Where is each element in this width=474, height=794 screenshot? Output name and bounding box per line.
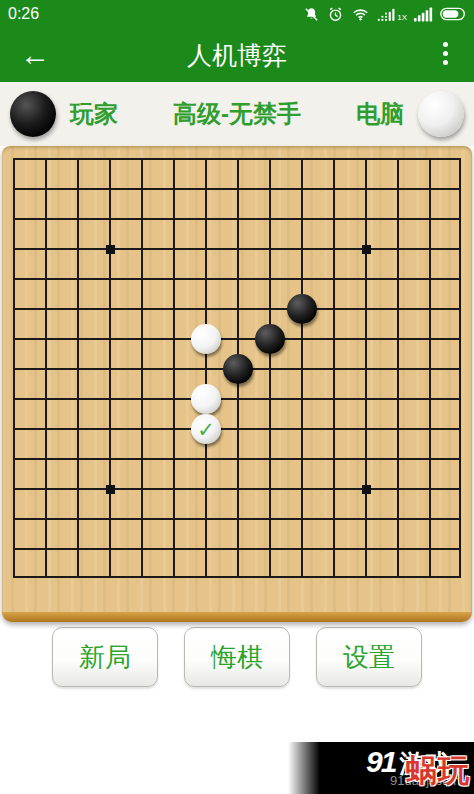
board-intersection[interactable] (318, 354, 350, 384)
board-intersection[interactable] (382, 324, 414, 354)
board-intersection[interactable] (0, 504, 30, 534)
board-intersection[interactable] (382, 144, 414, 174)
star-point (362, 485, 371, 494)
signal-bars-icon (414, 7, 433, 22)
board-intersection[interactable] (286, 264, 318, 294)
board-intersection[interactable] (94, 564, 126, 594)
board-intersection[interactable] (126, 504, 158, 534)
board-intersection[interactable] (190, 264, 222, 294)
board-intersection[interactable] (158, 414, 190, 444)
board-intersection[interactable] (126, 534, 158, 564)
board-intersection[interactable] (158, 474, 190, 504)
board-intersection[interactable] (286, 384, 318, 414)
board-intersection[interactable] (126, 564, 158, 594)
board-intersection[interactable] (414, 504, 446, 534)
board-intersection[interactable] (190, 504, 222, 534)
status-time: 0:26 (8, 5, 39, 23)
star-point (106, 245, 115, 254)
board-intersection[interactable] (30, 264, 62, 294)
board-intersection[interactable] (0, 354, 30, 384)
board-intersection[interactable] (190, 564, 222, 594)
signal-dots-1x-icon: 1X (377, 7, 407, 22)
board-intersection[interactable] (62, 564, 94, 594)
board-intersection[interactable] (94, 324, 126, 354)
board-intersection[interactable] (30, 144, 62, 174)
board-intersection[interactable] (254, 204, 286, 234)
board-intersection[interactable] (222, 414, 254, 444)
board-intersection[interactable] (414, 204, 446, 234)
board-intersection[interactable] (222, 204, 254, 234)
board-intersection[interactable] (62, 234, 94, 264)
board-intersection[interactable] (318, 204, 350, 234)
board-intersection[interactable] (254, 144, 286, 174)
board-intersection[interactable]: ✓ (190, 414, 222, 444)
board-intersection[interactable] (254, 414, 286, 444)
board-intersection[interactable] (94, 504, 126, 534)
board-intersection[interactable] (30, 324, 62, 354)
board-intersection[interactable] (446, 474, 474, 504)
board-intersection[interactable] (254, 564, 286, 594)
white-stone (191, 324, 221, 354)
board-intersection[interactable] (318, 444, 350, 474)
board-intersection[interactable] (318, 474, 350, 504)
computer-white-stone-icon (418, 91, 464, 137)
board-intersection[interactable] (30, 234, 62, 264)
board-intersection[interactable] (126, 384, 158, 414)
board-intersection[interactable] (126, 204, 158, 234)
board-intersection[interactable] (222, 534, 254, 564)
board-intersection[interactable] (350, 264, 382, 294)
board-intersection[interactable] (30, 414, 62, 444)
board-intersection[interactable] (318, 264, 350, 294)
white-stone: ✓ (191, 414, 221, 444)
board-intersection[interactable] (350, 324, 382, 354)
board-intersection[interactable] (318, 234, 350, 264)
board-intersection[interactable] (350, 294, 382, 324)
board-intersection[interactable] (382, 534, 414, 564)
board-intersection[interactable] (350, 354, 382, 384)
board-intersection[interactable] (446, 264, 474, 294)
board-intersection[interactable] (126, 264, 158, 294)
board-intersection[interactable] (62, 174, 94, 204)
board-intersection[interactable] (382, 174, 414, 204)
board-intersection[interactable] (222, 354, 254, 384)
board-intersection[interactable] (446, 444, 474, 474)
board-intersection[interactable] (286, 414, 318, 444)
board-intersection[interactable] (222, 564, 254, 594)
board-intersection[interactable] (158, 444, 190, 474)
board-intersection[interactable] (254, 354, 286, 384)
board-intersection[interactable] (446, 324, 474, 354)
board-intersection[interactable] (350, 204, 382, 234)
board-intersection[interactable] (0, 414, 30, 444)
board-intersection[interactable] (414, 354, 446, 384)
board-intersection[interactable] (190, 444, 222, 474)
board-intersection[interactable] (30, 294, 62, 324)
player-bar: 玩家 高级-无禁手 电脑 (0, 82, 474, 146)
board-intersection[interactable] (126, 234, 158, 264)
board-intersection[interactable] (94, 474, 126, 504)
board-intersection[interactable] (286, 564, 318, 594)
undo-button[interactable]: 悔棋 (184, 627, 290, 687)
board-intersection[interactable] (222, 174, 254, 204)
battery-icon (440, 7, 466, 21)
board-intersection[interactable] (382, 354, 414, 384)
board-intersection[interactable] (446, 504, 474, 534)
board-intersection[interactable] (318, 294, 350, 324)
board-intersection[interactable] (158, 504, 190, 534)
board-intersection[interactable] (158, 174, 190, 204)
board-intersection[interactable] (158, 534, 190, 564)
page-title: 人机博弈 (0, 39, 474, 72)
settings-button[interactable]: 设置 (316, 627, 422, 687)
board-intersection[interactable] (350, 534, 382, 564)
board-intersection[interactable] (158, 144, 190, 174)
board-intersection[interactable] (446, 414, 474, 444)
board-intersection[interactable] (190, 324, 222, 354)
board-intersection[interactable] (190, 384, 222, 414)
board-intersection[interactable] (222, 504, 254, 534)
board-intersection[interactable] (62, 414, 94, 444)
board-intersection[interactable] (446, 174, 474, 204)
board-intersection[interactable] (126, 474, 158, 504)
board-intersection[interactable] (62, 324, 94, 354)
white-stone (191, 384, 221, 414)
board-intersection[interactable] (382, 294, 414, 324)
board-intersection[interactable] (350, 564, 382, 594)
board-intersection[interactable] (126, 354, 158, 384)
board-intersection[interactable] (62, 534, 94, 564)
board-intersection[interactable] (286, 204, 318, 234)
status-bar: 0:26 1 (0, 0, 474, 28)
board-intersection[interactable] (0, 384, 30, 414)
board-intersection[interactable] (350, 234, 382, 264)
board-intersection[interactable] (222, 384, 254, 414)
board-intersection[interactable] (94, 174, 126, 204)
watermark-bar: 91游戏 91danji.com 蜗玩 (288, 742, 474, 794)
app-screen: 0:26 1 (0, 0, 474, 794)
board-intersection[interactable] (318, 534, 350, 564)
board-intersection[interactable] (30, 354, 62, 384)
overflow-menu-icon[interactable] (443, 42, 448, 65)
board-intersection[interactable] (446, 534, 474, 564)
network-type-label: 1X (397, 14, 407, 22)
board-intersection[interactable] (190, 294, 222, 324)
board-intersection[interactable] (382, 444, 414, 474)
board-intersection[interactable] (94, 144, 126, 174)
board-intersection[interactable] (94, 354, 126, 384)
board-intersection[interactable] (350, 444, 382, 474)
board-intersection[interactable] (446, 144, 474, 174)
board-intersection[interactable] (126, 444, 158, 474)
board-intersection[interactable] (94, 234, 126, 264)
board-intersection[interactable] (414, 474, 446, 504)
board-intersection[interactable] (126, 324, 158, 354)
board-intersection[interactable] (190, 474, 222, 504)
difficulty-mode-label: 高级-无禁手 (118, 98, 356, 130)
board-intersection[interactable] (158, 324, 190, 354)
board-intersection[interactable] (94, 414, 126, 444)
board-intersection[interactable] (30, 204, 62, 234)
notifications-off-icon (303, 6, 320, 23)
board-intersection[interactable] (126, 174, 158, 204)
board-intersection[interactable] (94, 534, 126, 564)
board-intersection[interactable] (62, 444, 94, 474)
board-intersection[interactable] (222, 474, 254, 504)
board-intersection[interactable] (318, 144, 350, 174)
board-intersection[interactable] (286, 324, 318, 354)
star-point (106, 485, 115, 494)
board-bottom-edge (2, 612, 472, 622)
board-intersection[interactable] (158, 354, 190, 384)
red-watermark-overlay: 蜗玩 (406, 750, 470, 792)
board-intersection[interactable] (62, 474, 94, 504)
board-intersection[interactable] (350, 504, 382, 534)
board-intersection[interactable] (254, 264, 286, 294)
board-intersection[interactable] (158, 234, 190, 264)
board-intersection[interactable] (0, 234, 30, 264)
board-intersection[interactable] (190, 234, 222, 264)
board-intersection[interactable] (318, 174, 350, 204)
board-intersection[interactable] (414, 444, 446, 474)
board-intersection[interactable] (446, 564, 474, 594)
board-intersection[interactable] (62, 354, 94, 384)
board-intersection[interactable] (254, 174, 286, 204)
app-bar: ← 人机博弈 (0, 28, 474, 82)
board-intersection[interactable] (286, 234, 318, 264)
board-intersection[interactable] (0, 534, 30, 564)
board-intersection[interactable] (382, 564, 414, 594)
board-intersection[interactable] (254, 444, 286, 474)
board-intersection[interactable] (62, 264, 94, 294)
board-intersection[interactable] (0, 174, 30, 204)
board-intersection[interactable] (254, 324, 286, 354)
board-intersection[interactable] (286, 444, 318, 474)
board-intersection[interactable] (286, 534, 318, 564)
black-stone (223, 354, 253, 384)
star-point (362, 245, 371, 254)
board-intersection[interactable] (62, 384, 94, 414)
board-intersection[interactable] (158, 294, 190, 324)
board-intersection[interactable] (0, 324, 30, 354)
board-intersection[interactable] (382, 414, 414, 444)
board-intersection[interactable] (62, 144, 94, 174)
black-stone (255, 324, 285, 354)
board-intersection[interactable] (318, 384, 350, 414)
board-intersection[interactable] (158, 204, 190, 234)
board-intersection[interactable] (446, 204, 474, 234)
board-intersection[interactable] (190, 144, 222, 174)
board-intersection[interactable] (94, 294, 126, 324)
board-intersection[interactable] (254, 474, 286, 504)
board-intersection[interactable] (446, 234, 474, 264)
board-intersection[interactable] (254, 234, 286, 264)
board-intersection[interactable] (0, 444, 30, 474)
board-intersection[interactable] (446, 384, 474, 414)
board-intersection[interactable] (222, 444, 254, 474)
last-move-check-icon: ✓ (197, 419, 215, 440)
board-intersection[interactable] (382, 234, 414, 264)
board-intersection[interactable] (190, 534, 222, 564)
board-intersection[interactable] (0, 204, 30, 234)
board-intersection[interactable] (94, 384, 126, 414)
player-label: 玩家 (70, 98, 118, 130)
board-intersection[interactable] (414, 144, 446, 174)
gomoku-board: ✓ (2, 146, 472, 622)
board-intersection[interactable] (446, 354, 474, 384)
board-intersection[interactable] (0, 294, 30, 324)
board-intersection[interactable] (318, 324, 350, 354)
board-intersection[interactable] (414, 384, 446, 414)
board-intersection[interactable] (94, 264, 126, 294)
board-intersection[interactable] (0, 144, 30, 174)
board-intersection[interactable] (158, 384, 190, 414)
board-intersection[interactable] (62, 204, 94, 234)
board-intersection[interactable] (222, 294, 254, 324)
computer-label: 电脑 (356, 98, 404, 130)
board-intersection[interactable] (222, 264, 254, 294)
board-intersection[interactable] (382, 474, 414, 504)
board-intersection[interactable] (286, 294, 318, 324)
status-icons: 1X (303, 6, 466, 23)
board-intersection[interactable] (126, 144, 158, 174)
board-intersection[interactable] (414, 534, 446, 564)
player-black-stone-icon (10, 91, 56, 137)
board-intersection[interactable] (94, 204, 126, 234)
board-intersection[interactable] (350, 174, 382, 204)
board-intersection[interactable] (30, 384, 62, 414)
board-intersection[interactable] (382, 384, 414, 414)
new-game-button[interactable]: 新局 (52, 627, 158, 687)
board-intersection[interactable] (350, 384, 382, 414)
board-intersection[interactable] (126, 414, 158, 444)
board-intersection[interactable] (318, 504, 350, 534)
board-grid: ✓ (0, 144, 474, 594)
board-intersection[interactable] (350, 144, 382, 174)
control-buttons: 新局 悔棋 设置 (0, 627, 474, 687)
board-intersection[interactable] (414, 234, 446, 264)
board-intersection[interactable] (382, 504, 414, 534)
board-intersection[interactable] (350, 474, 382, 504)
board-intersection[interactable] (30, 504, 62, 534)
board-intersection[interactable] (382, 204, 414, 234)
board-intersection[interactable] (30, 474, 62, 504)
board-intersection[interactable] (30, 174, 62, 204)
black-stone (287, 294, 317, 324)
board-intersection[interactable] (254, 384, 286, 414)
board-intersection[interactable] (414, 414, 446, 444)
board-intersection[interactable] (190, 354, 222, 384)
board-intersection[interactable] (222, 144, 254, 174)
board-intersection[interactable] (222, 324, 254, 354)
board-intersection[interactable] (414, 174, 446, 204)
board-intersection[interactable] (254, 534, 286, 564)
board-intersection[interactable] (286, 354, 318, 384)
board-intersection[interactable] (382, 264, 414, 294)
board-intersection[interactable] (222, 234, 254, 264)
wifi-icon (351, 6, 370, 23)
board-intersection[interactable] (414, 324, 446, 354)
board-intersection[interactable] (126, 294, 158, 324)
board-intersection[interactable] (30, 534, 62, 564)
board-intersection[interactable] (158, 564, 190, 594)
board-intersection[interactable] (94, 444, 126, 474)
board-intersection[interactable] (286, 174, 318, 204)
board-intersection[interactable] (414, 294, 446, 324)
board-intersection[interactable] (0, 264, 30, 294)
board-intersection[interactable] (190, 174, 222, 204)
board-intersection[interactable] (0, 474, 30, 504)
board-intersection[interactable] (62, 294, 94, 324)
board-intersection[interactable] (446, 294, 474, 324)
board-intersection[interactable] (30, 444, 62, 474)
board-intersection[interactable] (350, 414, 382, 444)
board-intersection[interactable] (318, 414, 350, 444)
board-intersection[interactable] (62, 504, 94, 534)
board-intersection[interactable] (414, 564, 446, 594)
board-intersection[interactable] (30, 564, 62, 594)
board-intersection[interactable] (0, 564, 30, 594)
board-intersection[interactable] (286, 474, 318, 504)
board-intersection[interactable] (254, 294, 286, 324)
board-intersection[interactable] (286, 144, 318, 174)
board-intersection[interactable] (286, 504, 318, 534)
board-intersection[interactable] (158, 264, 190, 294)
board-intersection[interactable] (318, 564, 350, 594)
alarm-icon (327, 6, 344, 23)
board-intersection[interactable] (190, 204, 222, 234)
board-intersection[interactable] (414, 264, 446, 294)
board-intersection[interactable] (254, 504, 286, 534)
